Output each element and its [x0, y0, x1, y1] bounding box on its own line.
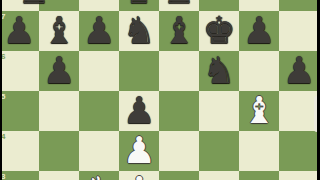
square-e5[interactable] [159, 91, 199, 131]
square-c5[interactable] [79, 91, 119, 131]
piece-black-pawn-c7[interactable]: ♟ [79, 11, 119, 51]
square-b6[interactable]: ♟ [39, 51, 79, 91]
square-c4[interactable] [79, 131, 119, 171]
square-h3[interactable] [279, 171, 319, 180]
piece-black-bishop-e7[interactable]: ♝ [159, 11, 199, 51]
piece-black-pawn-b6[interactable]: ♟ [39, 51, 79, 91]
square-a5[interactable]: 5 [0, 91, 39, 131]
piece-black-pawn-d5[interactable]: ♟ [119, 91, 159, 131]
square-h8[interactable] [279, 0, 319, 11]
square-f3[interactable] [199, 171, 239, 180]
square-f5[interactable] [199, 91, 239, 131]
square-g7[interactable]: ♟ [239, 11, 279, 51]
chess-board: ♜♛♜7♟♝♟♞♝♚♟6♟♞♟5♟♝4♟3♞♝ [0, 0, 319, 180]
square-b7[interactable]: ♝ [39, 11, 79, 51]
square-h6[interactable]: ♟ [279, 51, 319, 91]
square-f4[interactable] [199, 131, 239, 171]
piece-black-pawn-a7[interactable]: ♟ [0, 11, 39, 51]
piece-black-knight-d7[interactable]: ♞ [119, 11, 159, 51]
piece-white-bishop-d3[interactable]: ♝ [119, 171, 159, 180]
square-d4[interactable]: ♟ [119, 131, 159, 171]
square-c3[interactable]: ♞ [79, 171, 119, 180]
square-a4[interactable]: 4 [0, 131, 39, 171]
square-g4[interactable] [239, 131, 279, 171]
square-e6[interactable] [159, 51, 199, 91]
square-f6[interactable]: ♞ [199, 51, 239, 91]
square-g3[interactable] [239, 171, 279, 180]
square-a3[interactable]: 3 [0, 171, 39, 180]
square-f7[interactable]: ♚ [199, 11, 239, 51]
square-h7[interactable] [279, 11, 319, 51]
piece-black-king-f7[interactable]: ♚ [199, 11, 239, 51]
piece-white-bishop-g5[interactable]: ♝ [239, 91, 279, 131]
square-a6[interactable]: 6 [0, 51, 39, 91]
square-d7[interactable]: ♞ [119, 11, 159, 51]
square-d5[interactable]: ♟ [119, 91, 159, 131]
piece-black-pawn-h6[interactable]: ♟ [279, 51, 319, 91]
piece-white-knight-c3[interactable]: ♞ [79, 171, 119, 180]
piece-black-knight-f6[interactable]: ♞ [199, 51, 239, 91]
square-b4[interactable] [39, 131, 79, 171]
square-g6[interactable] [239, 51, 279, 91]
square-c7[interactable]: ♟ [79, 11, 119, 51]
square-c6[interactable] [79, 51, 119, 91]
piece-white-pawn-d4[interactable]: ♟ [119, 131, 159, 171]
square-a7[interactable]: 7♟ [0, 11, 39, 51]
square-e4[interactable] [159, 131, 199, 171]
square-e7[interactable]: ♝ [159, 11, 199, 51]
square-b5[interactable] [39, 91, 79, 131]
piece-black-pawn-g7[interactable]: ♟ [239, 11, 279, 51]
square-b3[interactable] [39, 171, 79, 180]
square-h4[interactable] [279, 131, 319, 171]
square-d6[interactable] [119, 51, 159, 91]
square-g5[interactable]: ♝ [239, 91, 279, 131]
square-e3[interactable] [159, 171, 199, 180]
chess-video-frame: ♜♛♜7♟♝♟♞♝♚♟6♟♞♟5♟♝4♟3♞♝ [0, 0, 320, 180]
square-h5[interactable] [279, 91, 319, 131]
square-d3[interactable]: ♝ [119, 171, 159, 180]
piece-black-bishop-b7[interactable]: ♝ [39, 11, 79, 51]
letterbox-left [0, 0, 2, 180]
